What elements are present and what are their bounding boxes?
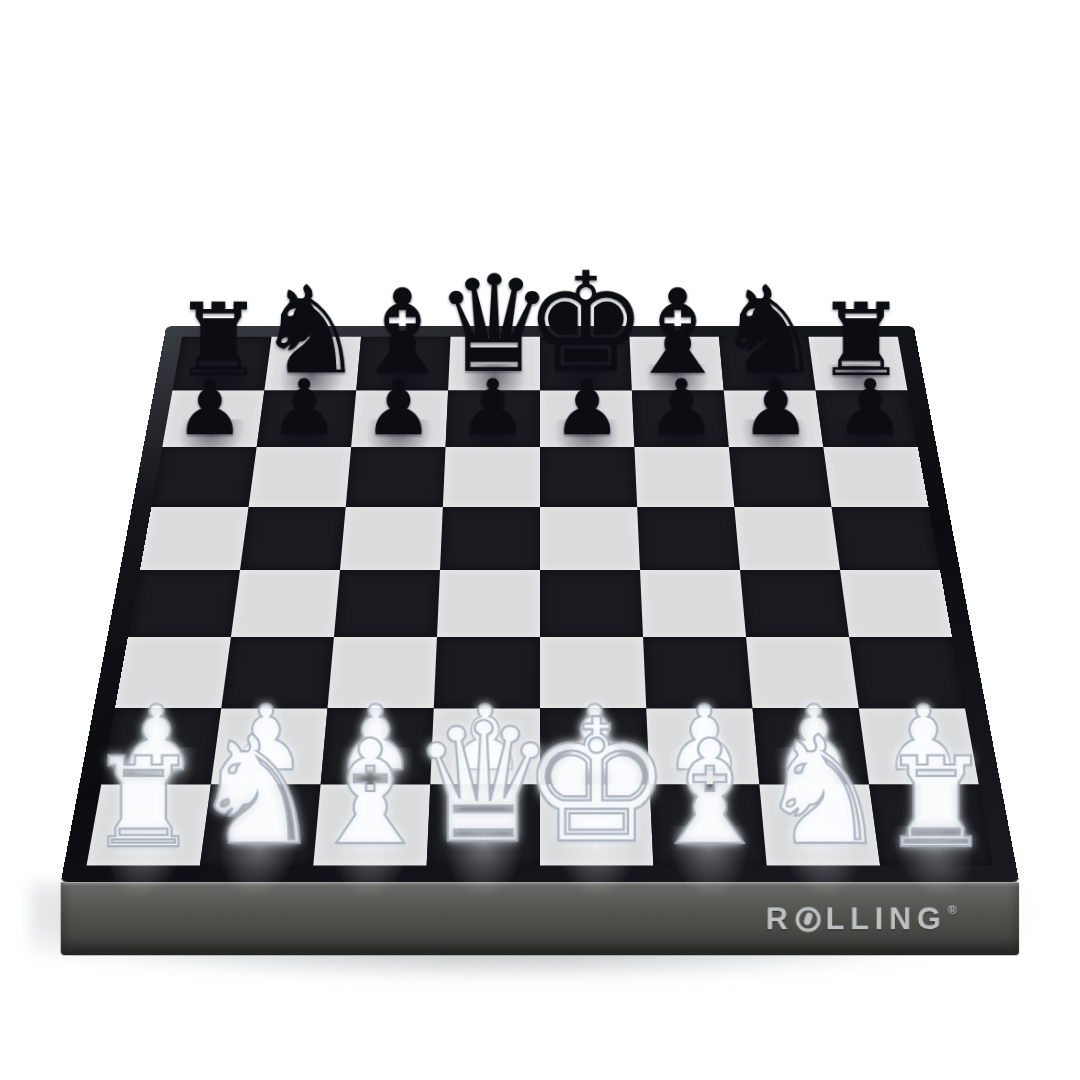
square-f6[interactable] <box>634 447 734 507</box>
registered-trademark-symbol: ® <box>948 902 957 916</box>
square-f7[interactable]: ♟ <box>632 390 729 447</box>
square-e4[interactable] <box>540 570 643 637</box>
product-photo: ♜♞♝♛♚♝♞♜♟♟♟♟♟♟♟♟♟♟♟♟♟♟♟♟♜♞♝♛♚♝♞♜ RLLING® <box>0 0 1080 1080</box>
square-c7[interactable]: ♟ <box>351 390 448 447</box>
chess-board: ♜♞♝♛♚♝♞♜♟♟♟♟♟♟♟♟♟♟♟♟♟♟♟♟♜♞♝♛♚♝♞♜ RLLING® <box>61 326 1020 882</box>
square-d5[interactable] <box>440 507 540 570</box>
square-b5[interactable] <box>240 507 346 570</box>
white-knight[interactable]: ♞ <box>190 720 324 862</box>
white-rook[interactable]: ♜ <box>880 744 992 862</box>
black-pawn[interactable]: ♟ <box>364 371 433 444</box>
square-b6[interactable] <box>249 447 352 507</box>
square-g7[interactable]: ♟ <box>724 390 824 447</box>
brand-logo: RLLING® <box>766 901 957 936</box>
square-a6[interactable] <box>151 447 256 507</box>
black-pawn[interactable]: ♟ <box>741 371 810 444</box>
square-h5[interactable] <box>831 507 940 570</box>
square-f5[interactable] <box>637 507 740 570</box>
square-d6[interactable] <box>443 447 540 507</box>
black-pawn[interactable]: ♟ <box>835 371 904 444</box>
square-b7[interactable]: ♟ <box>257 390 357 447</box>
square-h7[interactable]: ♟ <box>816 390 918 447</box>
logo-text-suffix: LLING <box>826 901 947 936</box>
square-c5[interactable] <box>340 507 443 570</box>
white-knight[interactable]: ♞ <box>756 720 890 862</box>
board-grid: ♜♞♝♛♚♝♞♜♟♟♟♟♟♟♟♟♟♟♟♟♟♟♟♟♜♞♝♛♚♝♞♜ <box>87 337 994 866</box>
square-e7[interactable]: ♟ <box>540 390 634 447</box>
square-g5[interactable] <box>734 507 840 570</box>
square-e1[interactable]: ♚ <box>540 784 653 865</box>
square-a1[interactable]: ♜ <box>87 784 211 865</box>
scene-perspective: ♜♞♝♛♚♝♞♜♟♟♟♟♟♟♟♟♟♟♟♟♟♟♟♟♜♞♝♛♚♝♞♜ RLLING® <box>0 0 1080 1080</box>
square-h4[interactable] <box>840 570 952 637</box>
white-king[interactable]: ♚ <box>520 701 672 862</box>
logo-text-prefix: R <box>766 901 794 936</box>
square-a5[interactable] <box>140 507 249 570</box>
square-h1[interactable]: ♜ <box>869 784 993 865</box>
black-pawn[interactable]: ♟ <box>175 371 244 444</box>
square-f4[interactable] <box>640 570 746 637</box>
square-a7[interactable]: ♟ <box>162 390 264 447</box>
black-pawn[interactable]: ♟ <box>458 371 527 444</box>
square-g6[interactable] <box>729 447 832 507</box>
square-c4[interactable] <box>334 570 440 637</box>
board-front-edge: RLLING® <box>61 882 1020 955</box>
square-d7[interactable]: ♟ <box>446 390 540 447</box>
black-pawn[interactable]: ♟ <box>552 371 621 444</box>
square-c6[interactable] <box>346 447 446 507</box>
black-pawn[interactable]: ♟ <box>647 371 716 444</box>
square-e5[interactable] <box>540 507 640 570</box>
square-g1[interactable]: ♞ <box>759 784 880 865</box>
logo-o-icon <box>796 906 821 931</box>
square-e6[interactable] <box>540 447 637 507</box>
black-pawn[interactable]: ♟ <box>270 371 339 444</box>
square-d4[interactable] <box>437 570 540 637</box>
square-b1[interactable]: ♞ <box>200 784 321 865</box>
square-g4[interactable] <box>740 570 849 637</box>
square-a4[interactable] <box>128 570 240 637</box>
square-h6[interactable] <box>823 447 928 507</box>
square-b4[interactable] <box>231 570 340 637</box>
white-rook[interactable]: ♜ <box>88 744 200 862</box>
